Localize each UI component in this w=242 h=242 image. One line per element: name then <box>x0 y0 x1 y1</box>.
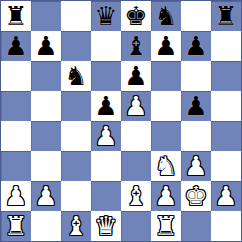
white-queen[interactable]: ♛ <box>94 211 117 241</box>
square-g3[interactable]: ♟ <box>181 151 211 181</box>
square-b6[interactable] <box>31 61 61 91</box>
square-d5[interactable]: ♟ <box>91 91 121 121</box>
black-queen[interactable]: ♛ <box>94 1 117 31</box>
square-h6[interactable] <box>211 61 241 91</box>
square-c5[interactable] <box>61 91 91 121</box>
black-pawn[interactable]: ♟ <box>34 31 57 61</box>
square-g8[interactable] <box>181 1 211 31</box>
square-b3[interactable] <box>31 151 61 181</box>
square-c7[interactable] <box>61 31 91 61</box>
square-g5[interactable]: ♟ <box>181 91 211 121</box>
square-f5[interactable] <box>151 91 181 121</box>
white-knight[interactable]: ♞ <box>154 151 177 181</box>
square-e8[interactable]: ♚ <box>121 1 151 31</box>
square-f7[interactable]: ♟ <box>151 31 181 61</box>
square-f8[interactable]: ♞ <box>151 1 181 31</box>
white-pawn[interactable]: ♟ <box>4 181 27 211</box>
black-knight[interactable]: ♞ <box>64 61 87 91</box>
square-b2[interactable]: ♟ <box>31 181 61 211</box>
square-h2[interactable]: ♟ <box>211 181 241 211</box>
black-pawn[interactable]: ♟ <box>154 31 177 61</box>
black-pawn[interactable]: ♟ <box>124 61 147 91</box>
square-d3[interactable] <box>91 151 121 181</box>
black-bishop[interactable]: ♝ <box>124 31 147 61</box>
white-pawn[interactable]: ♟ <box>34 181 57 211</box>
square-h1[interactable] <box>211 211 241 241</box>
white-king[interactable]: ♚ <box>184 181 207 211</box>
black-rook[interactable]: ♜ <box>214 1 237 31</box>
square-g1[interactable] <box>181 211 211 241</box>
square-b8[interactable] <box>31 1 61 31</box>
square-a1[interactable]: ♜ <box>1 211 31 241</box>
square-d1[interactable]: ♛ <box>91 211 121 241</box>
black-king[interactable]: ♚ <box>124 1 147 31</box>
square-h3[interactable] <box>211 151 241 181</box>
square-f2[interactable]: ♟ <box>151 181 181 211</box>
square-b1[interactable] <box>31 211 61 241</box>
white-pawn[interactable]: ♟ <box>214 181 237 211</box>
white-rook[interactable]: ♜ <box>154 211 177 241</box>
black-pawn[interactable]: ♟ <box>184 31 207 61</box>
white-bishop[interactable]: ♝ <box>124 181 147 211</box>
square-d7[interactable] <box>91 31 121 61</box>
square-g4[interactable] <box>181 121 211 151</box>
white-pawn[interactable]: ♟ <box>124 91 147 121</box>
square-b7[interactable]: ♟ <box>31 31 61 61</box>
square-d6[interactable] <box>91 61 121 91</box>
square-c8[interactable] <box>61 1 91 31</box>
black-pawn[interactable]: ♟ <box>94 91 117 121</box>
black-pawn[interactable]: ♟ <box>4 31 27 61</box>
square-h7[interactable] <box>211 31 241 61</box>
square-d4[interactable]: ♟ <box>91 121 121 151</box>
square-b4[interactable] <box>31 121 61 151</box>
chess-board-container: ♜♛♚♞♜♟♟♝♟♟♞♟♟♟♟♟♞♟♟♟♝♟♚♟♜♝♛♜ <box>0 0 242 242</box>
square-e1[interactable] <box>121 211 151 241</box>
square-e3[interactable] <box>121 151 151 181</box>
square-e4[interactable] <box>121 121 151 151</box>
square-a7[interactable]: ♟ <box>1 31 31 61</box>
square-e2[interactable]: ♝ <box>121 181 151 211</box>
square-a4[interactable] <box>1 121 31 151</box>
square-f6[interactable] <box>151 61 181 91</box>
black-pawn[interactable]: ♟ <box>184 91 207 121</box>
square-e6[interactable]: ♟ <box>121 61 151 91</box>
white-pawn[interactable]: ♟ <box>94 121 117 151</box>
white-rook[interactable]: ♜ <box>4 211 27 241</box>
black-rook[interactable]: ♜ <box>4 1 27 31</box>
square-d8[interactable]: ♛ <box>91 1 121 31</box>
square-c2[interactable] <box>61 181 91 211</box>
square-h5[interactable] <box>211 91 241 121</box>
square-c3[interactable] <box>61 151 91 181</box>
white-pawn[interactable]: ♟ <box>154 181 177 211</box>
square-e7[interactable]: ♝ <box>121 31 151 61</box>
square-b5[interactable] <box>31 91 61 121</box>
square-c1[interactable]: ♝ <box>61 211 91 241</box>
white-pawn[interactable]: ♟ <box>184 151 207 181</box>
square-a3[interactable] <box>1 151 31 181</box>
square-a8[interactable]: ♜ <box>1 1 31 31</box>
black-knight[interactable]: ♞ <box>154 1 177 31</box>
square-c4[interactable] <box>61 121 91 151</box>
square-h4[interactable] <box>211 121 241 151</box>
square-a6[interactable] <box>1 61 31 91</box>
square-f4[interactable] <box>151 121 181 151</box>
white-bishop[interactable]: ♝ <box>64 211 87 241</box>
square-a2[interactable]: ♟ <box>1 181 31 211</box>
square-d2[interactable] <box>91 181 121 211</box>
square-e5[interactable]: ♟ <box>121 91 151 121</box>
square-g7[interactable]: ♟ <box>181 31 211 61</box>
square-h8[interactable]: ♜ <box>211 1 241 31</box>
square-a5[interactable] <box>1 91 31 121</box>
square-f1[interactable]: ♜ <box>151 211 181 241</box>
square-c6[interactable]: ♞ <box>61 61 91 91</box>
square-g6[interactable] <box>181 61 211 91</box>
square-g2[interactable]: ♚ <box>181 181 211 211</box>
square-f3[interactable]: ♞ <box>151 151 181 181</box>
chess-board: ♜♛♚♞♜♟♟♝♟♟♞♟♟♟♟♟♞♟♟♟♝♟♚♟♜♝♛♜ <box>0 0 242 242</box>
